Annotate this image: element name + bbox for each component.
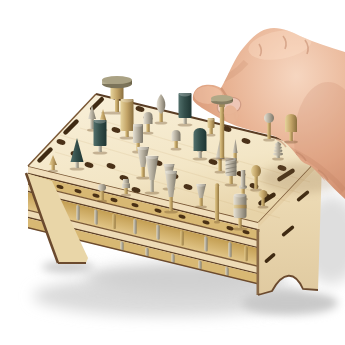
disc-top <box>102 76 132 84</box>
hanging-bit-shank <box>76 205 79 221</box>
bit-shank <box>150 178 153 192</box>
bit-top-highlight <box>138 146 149 150</box>
bit-shank <box>124 187 127 194</box>
bit-head <box>179 93 192 118</box>
bit-top-highlight <box>164 163 174 167</box>
bit-shank <box>169 195 172 211</box>
bit-shank <box>254 176 257 189</box>
hanging-bit-shank <box>112 214 115 230</box>
hanging-bit-shank <box>228 242 231 258</box>
bit-shank <box>100 190 103 200</box>
stack-screw <box>276 141 279 144</box>
bit-head <box>259 190 268 198</box>
bit-top-highlight <box>134 124 143 127</box>
bit-head <box>285 114 297 132</box>
bit-head <box>172 130 181 141</box>
bit-top-highlight <box>121 98 133 102</box>
bit-head <box>264 113 274 123</box>
bit-top-highlight <box>197 183 206 186</box>
hanging-bit-shank <box>156 224 159 240</box>
bit-shank <box>215 186 219 221</box>
hanging-bit-shank <box>180 230 183 246</box>
stack-washer <box>274 149 283 152</box>
bit-head <box>121 99 134 131</box>
bit-shank-tip <box>120 241 123 251</box>
hanging-bit-shank <box>244 246 247 262</box>
bit-shank-tip <box>198 260 201 270</box>
hanging-bit-shank <box>94 209 97 225</box>
hanging-bit-shank <box>133 219 136 235</box>
bit-shank <box>261 197 264 206</box>
bit-shank-tip <box>225 267 228 277</box>
bit-head <box>144 112 153 124</box>
panel-shadow <box>242 291 338 315</box>
stack-washer <box>274 146 282 149</box>
bit-shank <box>115 99 119 112</box>
hanging-bit-shank <box>204 236 207 252</box>
bit-top-highlight <box>146 155 158 159</box>
bit-head <box>241 170 245 187</box>
bit-shank-tip <box>171 253 174 263</box>
disc-top <box>211 95 233 101</box>
bit-head <box>94 120 107 146</box>
bit-top-highlight <box>179 92 191 96</box>
stack-washer <box>273 152 283 155</box>
bit-head-lower <box>122 184 130 189</box>
bit-top-highlight <box>166 170 177 174</box>
bit-shank-tip <box>145 247 148 257</box>
bit-head <box>251 165 261 177</box>
bit-top-highlight <box>208 118 214 120</box>
bit-head <box>98 184 106 191</box>
bit-shank <box>267 121 270 139</box>
pin-head <box>215 183 219 187</box>
barrel-band <box>234 205 247 209</box>
bit-top-highlight <box>94 119 106 123</box>
bit-top-highlight <box>234 193 246 197</box>
product-photo-figure: A right hand picks a disc-head diamond b… <box>0 0 345 345</box>
bit-shank <box>220 100 224 158</box>
bit-head <box>194 128 207 151</box>
bit-head-upper <box>123 179 129 184</box>
organizer-photo <box>0 0 345 345</box>
